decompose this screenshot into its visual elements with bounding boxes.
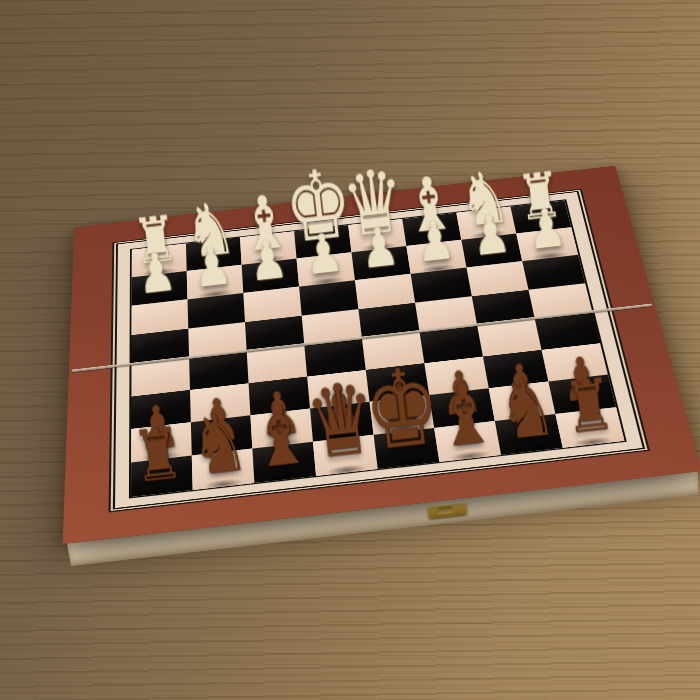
black-rook-glyph: ♜ — [129, 418, 186, 494]
piece-black-knight-g8[interactable]: ♞ — [193, 481, 255, 488]
black-bishop-glyph: ♝ — [431, 370, 498, 459]
black-knight-glyph: ♞ — [494, 365, 560, 452]
square-g8[interactable]: ♞ — [192, 449, 255, 490]
scene: ♜♞♝♚♛♝♞♜♟♟♟♟♟♟♟♟♟♟♟♟♟♟♟♟♜♞♝♛♚♝♞♜ — [0, 0, 700, 700]
square-h3[interactable] — [132, 299, 189, 335]
square-a8[interactable]: ♜ — [555, 407, 624, 448]
piece-black-rook-h8[interactable]: ♜ — [131, 488, 193, 495]
white-pawn-glyph: ♟ — [358, 219, 402, 277]
chess-board: ♜♞♝♚♛♝♞♜♟♟♟♟♟♟♟♟♟♟♟♟♟♟♟♟♜♞♝♛♚♝♞♜ — [63, 166, 700, 544]
white-pawn-glyph: ♟ — [246, 232, 290, 290]
board-squares: ♜♞♝♚♛♝♞♜♟♟♟♟♟♟♟♟♟♟♟♟♟♟♟♟♜♞♝♛♚♝♞♜ — [131, 200, 624, 497]
piece-black-knight-b8[interactable]: ♞ — [501, 446, 563, 453]
square-c8[interactable]: ♝ — [434, 421, 501, 462]
square-f8[interactable]: ♝ — [252, 442, 316, 483]
piece-black-rook-a8[interactable]: ♜ — [562, 438, 624, 445]
white-pawn-glyph: ♟ — [525, 200, 569, 258]
white-pawn-glyph: ♟ — [135, 245, 179, 303]
square-d8[interactable]: ♚ — [374, 428, 440, 469]
white-pawn-glyph: ♟ — [469, 206, 513, 264]
square-b8[interactable]: ♞ — [495, 414, 563, 455]
square-d3[interactable] — [355, 274, 415, 309]
board-margin: ♜♞♝♚♛♝♞♜♟♟♟♟♟♟♟♟♟♟♟♟♟♟♟♟♜♞♝♛♚♝♞♜ — [115, 192, 643, 508]
piece-black-king-d8[interactable]: ♚ — [377, 460, 439, 467]
black-knight-glyph: ♞ — [186, 400, 252, 487]
white-pawn-glyph: ♟ — [302, 225, 346, 283]
white-pawn-glyph: ♟ — [190, 238, 234, 296]
piece-black-bishop-f8[interactable]: ♝ — [254, 474, 316, 481]
square-e3[interactable] — [299, 280, 358, 315]
white-pawn-glyph: ♟ — [413, 213, 457, 271]
piece-black-bishop-c8[interactable]: ♝ — [439, 453, 501, 460]
brass-clasp-icon — [427, 502, 467, 520]
square-h8[interactable]: ♜ — [131, 455, 193, 497]
square-d2[interactable]: ♟ — [351, 246, 410, 280]
piece-black-queen-e8[interactable]: ♛ — [316, 467, 378, 474]
black-rook-glyph: ♜ — [561, 369, 618, 445]
